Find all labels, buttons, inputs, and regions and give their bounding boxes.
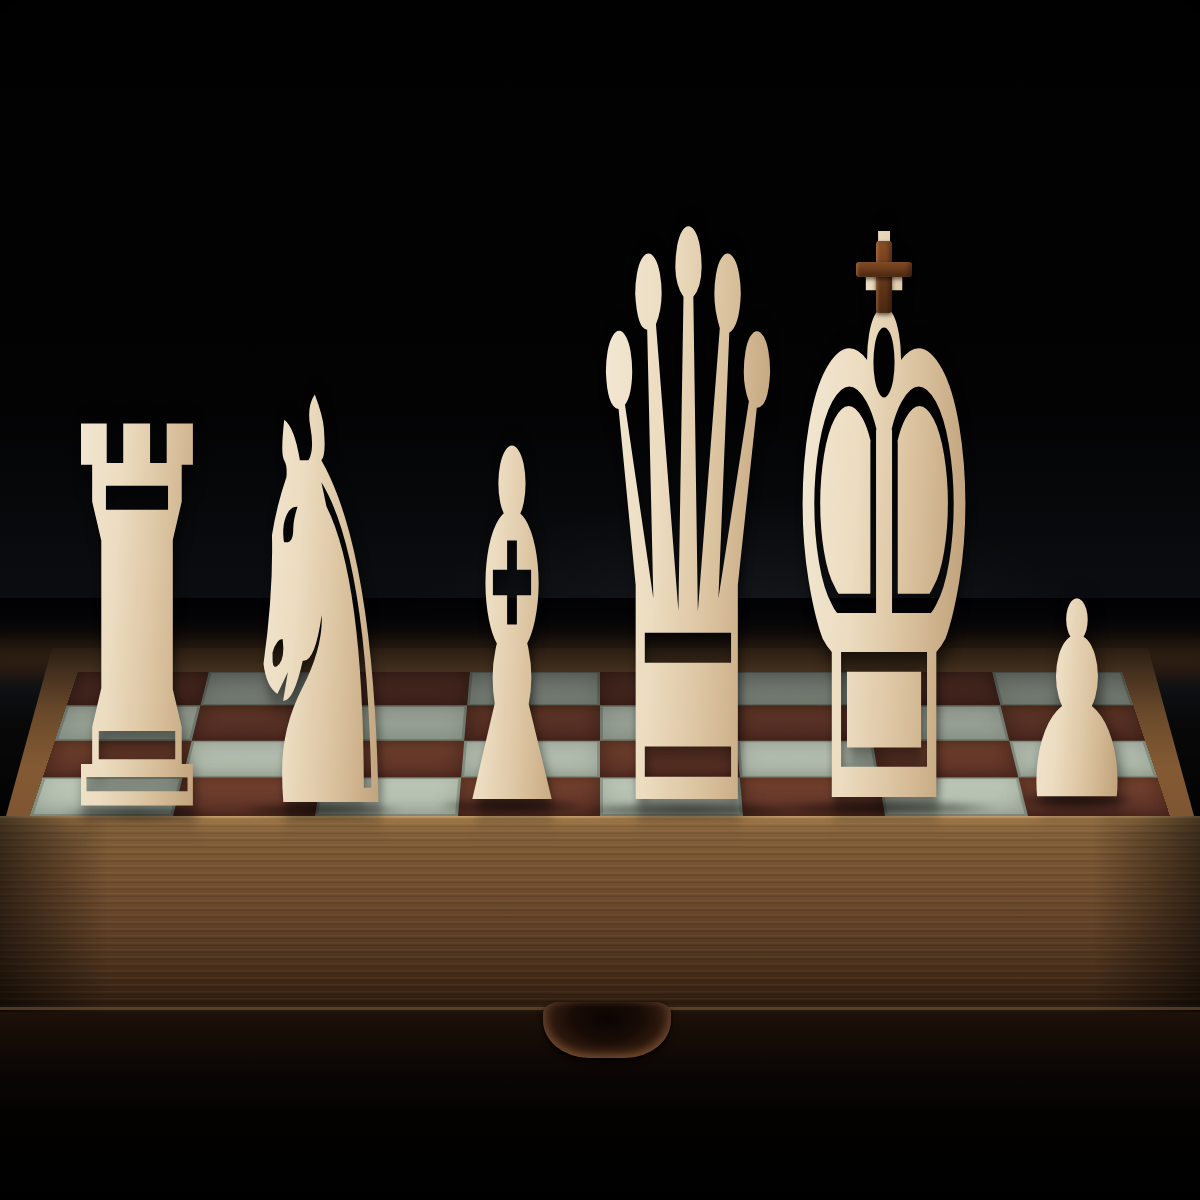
scene: ♜♞♝♛♚♟ bbox=[0, 0, 1200, 1200]
pieces-layer: ♜♞♝♛♚♟ bbox=[0, 0, 1200, 1200]
white-pawn-piece: ♟ bbox=[956, 567, 1199, 838]
king-cross-icon bbox=[876, 241, 892, 313]
king-cross-arm bbox=[856, 262, 912, 277]
white-pawn-glyph: ♟ bbox=[1016, 567, 1137, 838]
